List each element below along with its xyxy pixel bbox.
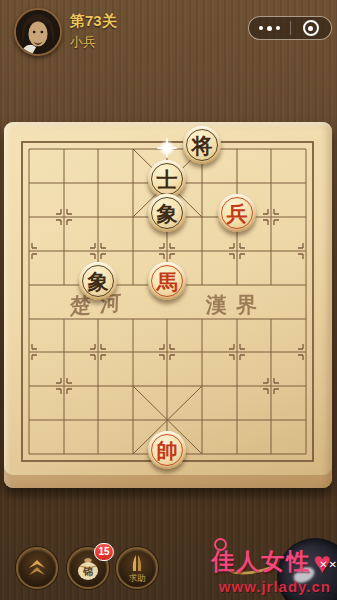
heart-icon: ♥✕✕ xyxy=(313,553,331,573)
piece-char: 士 xyxy=(157,169,178,190)
double-chevron-up-icon xyxy=(24,555,50,581)
site-watermark: 佳人女性♥✕✕ www.jrlady.cn xyxy=(214,538,331,595)
miniprogram-capsule xyxy=(248,16,332,40)
piece-帥[interactable]: 帥 xyxy=(148,431,186,469)
piece-象[interactable]: 象 xyxy=(79,262,117,300)
watermark-url: www.jrlady.cn xyxy=(214,578,331,595)
close-button[interactable] xyxy=(291,17,332,39)
river-label-right: 漢界 xyxy=(206,291,266,319)
watermark-title: 佳人女性 xyxy=(211,548,311,574)
piece-char: 象 xyxy=(157,203,178,224)
hint-count-badge: 15 xyxy=(94,543,114,561)
piece-char: 帥 xyxy=(157,440,178,461)
game-screen: 第73关 小兵 楚河 漢界 锦 15 xyxy=(0,0,337,600)
hint-bag-button[interactable]: 锦 15 xyxy=(67,547,109,589)
piece-char: 将 xyxy=(192,135,213,156)
piece-char: 象 xyxy=(88,271,109,292)
ask-help-button[interactable]: 求助 xyxy=(116,547,158,589)
piece-char: 馬 xyxy=(157,271,178,292)
exit-target-icon xyxy=(303,20,319,36)
level-label: 第73关 xyxy=(70,12,117,31)
more-button[interactable] xyxy=(249,17,290,39)
piece-将[interactable]: 将 xyxy=(183,126,221,164)
piece-象[interactable]: 象 xyxy=(148,194,186,232)
rank-label: 小兵 xyxy=(70,33,96,51)
piece-士[interactable]: 士 xyxy=(148,160,186,198)
more-icon xyxy=(259,26,263,30)
piece-馬[interactable]: 馬 xyxy=(148,262,186,300)
praying-hands-icon: 求助 xyxy=(122,551,152,585)
piece-兵[interactable]: 兵 xyxy=(218,194,256,232)
last-move-indicator xyxy=(159,140,175,156)
player-avatar[interactable] xyxy=(14,8,62,56)
help-label: 求助 xyxy=(129,573,146,583)
bag-char: 锦 xyxy=(82,566,93,577)
piece-char: 兵 xyxy=(227,203,248,224)
avatar-portrait xyxy=(16,10,60,54)
collapse-menu-button[interactable] xyxy=(16,547,58,589)
